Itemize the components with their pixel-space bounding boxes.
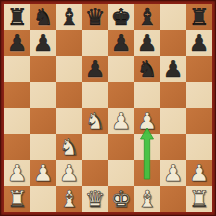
piece-black-bishop-f8[interactable]: ♝ [134,4,160,30]
square-a8[interactable]: ♜ [4,4,30,30]
square-b8[interactable]: ♞ [30,4,56,30]
square-c7[interactable] [56,30,82,56]
piece-black-knight-f6[interactable]: ♞ [134,56,160,82]
square-e2[interactable] [108,160,134,186]
square-d6[interactable]: ♟ [82,56,108,82]
piece-white-bishop-f1[interactable]: ♝ [134,186,160,212]
square-c3[interactable]: ♞ [56,134,82,160]
square-c5[interactable] [56,82,82,108]
piece-black-pawn-h7[interactable]: ♟ [186,30,212,56]
piece-black-pawn-d6[interactable]: ♟ [82,56,108,82]
piece-black-knight-b8[interactable]: ♞ [30,4,56,30]
piece-black-pawn-g6[interactable]: ♟ [160,56,186,82]
square-a1[interactable]: ♜ [4,186,30,212]
square-c2[interactable]: ♟ [56,160,82,186]
square-g3[interactable] [160,134,186,160]
piece-black-queen-d8[interactable]: ♛ [82,4,108,30]
square-c6[interactable] [56,56,82,82]
square-e1[interactable]: ♚ [108,186,134,212]
square-g5[interactable] [160,82,186,108]
square-f2[interactable] [134,160,160,186]
square-e4[interactable]: ♟ [108,108,134,134]
square-d8[interactable]: ♛ [82,4,108,30]
square-h3[interactable] [186,134,212,160]
square-a7[interactable]: ♟ [4,30,30,56]
piece-white-pawn-a2[interactable]: ♟ [4,160,30,186]
square-d3[interactable] [82,134,108,160]
square-a5[interactable] [4,82,30,108]
square-g1[interactable] [160,186,186,212]
square-d4[interactable]: ♞ [82,108,108,134]
piece-white-king-e1[interactable]: ♚ [108,186,134,212]
piece-black-bishop-c8[interactable]: ♝ [56,4,82,30]
square-h4[interactable] [186,108,212,134]
square-b1[interactable] [30,186,56,212]
square-e8[interactable]: ♚ [108,4,134,30]
piece-black-pawn-b7[interactable]: ♟ [30,30,56,56]
piece-white-pawn-f4[interactable]: ♟ [134,108,160,134]
square-f7[interactable]: ♟ [134,30,160,56]
square-h7[interactable]: ♟ [186,30,212,56]
square-b7[interactable]: ♟ [30,30,56,56]
square-g6[interactable]: ♟ [160,56,186,82]
square-a4[interactable] [4,108,30,134]
square-e6[interactable] [108,56,134,82]
square-g4[interactable] [160,108,186,134]
piece-black-pawn-a7[interactable]: ♟ [4,30,30,56]
chess-app: ♜♞♝♛♚♝♜♟♟♟♟♟♟♞♟♞♟♟♞♟♟♟♟♟♜♝♛♚♝♜ [0,0,216,216]
piece-white-rook-h1[interactable]: ♜ [186,186,212,212]
square-g7[interactable] [160,30,186,56]
square-f4[interactable]: ♟ [134,108,160,134]
square-b3[interactable] [30,134,56,160]
square-f1[interactable]: ♝ [134,186,160,212]
square-b6[interactable] [30,56,56,82]
piece-white-knight-c3[interactable]: ♞ [56,134,82,160]
square-e7[interactable]: ♟ [108,30,134,56]
square-b4[interactable] [30,108,56,134]
piece-white-bishop-c1[interactable]: ♝ [56,186,82,212]
piece-white-knight-d4[interactable]: ♞ [82,108,108,134]
piece-black-pawn-e7[interactable]: ♟ [108,30,134,56]
square-a2[interactable]: ♟ [4,160,30,186]
square-a6[interactable] [4,56,30,82]
chess-board: ♜♞♝♛♚♝♜♟♟♟♟♟♟♞♟♞♟♟♞♟♟♟♟♟♜♝♛♚♝♜ [4,4,212,212]
piece-black-king-e8[interactable]: ♚ [108,4,134,30]
square-d1[interactable]: ♛ [82,186,108,212]
square-h2[interactable]: ♟ [186,160,212,186]
square-e3[interactable] [108,134,134,160]
square-f8[interactable]: ♝ [134,4,160,30]
piece-white-pawn-h2[interactable]: ♟ [186,160,212,186]
piece-white-rook-a1[interactable]: ♜ [4,186,30,212]
piece-white-queen-d1[interactable]: ♛ [82,186,108,212]
square-h1[interactable]: ♜ [186,186,212,212]
square-c1[interactable]: ♝ [56,186,82,212]
piece-white-pawn-g2[interactable]: ♟ [160,160,186,186]
square-e5[interactable] [108,82,134,108]
square-d7[interactable] [82,30,108,56]
square-a3[interactable] [4,134,30,160]
square-b2[interactable]: ♟ [30,160,56,186]
square-h8[interactable]: ♜ [186,4,212,30]
piece-black-pawn-f7[interactable]: ♟ [134,30,160,56]
square-d2[interactable] [82,160,108,186]
square-c4[interactable] [56,108,82,134]
square-h6[interactable] [186,56,212,82]
piece-black-rook-a8[interactable]: ♜ [4,4,30,30]
square-f6[interactable]: ♞ [134,56,160,82]
piece-white-pawn-c2[interactable]: ♟ [56,160,82,186]
square-h5[interactable] [186,82,212,108]
square-b5[interactable] [30,82,56,108]
square-f3[interactable] [134,134,160,160]
piece-white-pawn-b2[interactable]: ♟ [30,160,56,186]
square-c8[interactable]: ♝ [56,4,82,30]
square-f5[interactable] [134,82,160,108]
piece-black-rook-h8[interactable]: ♜ [186,4,212,30]
square-g2[interactable]: ♟ [160,160,186,186]
piece-white-pawn-e4[interactable]: ♟ [108,108,134,134]
square-d5[interactable] [82,82,108,108]
square-g8[interactable] [160,4,186,30]
